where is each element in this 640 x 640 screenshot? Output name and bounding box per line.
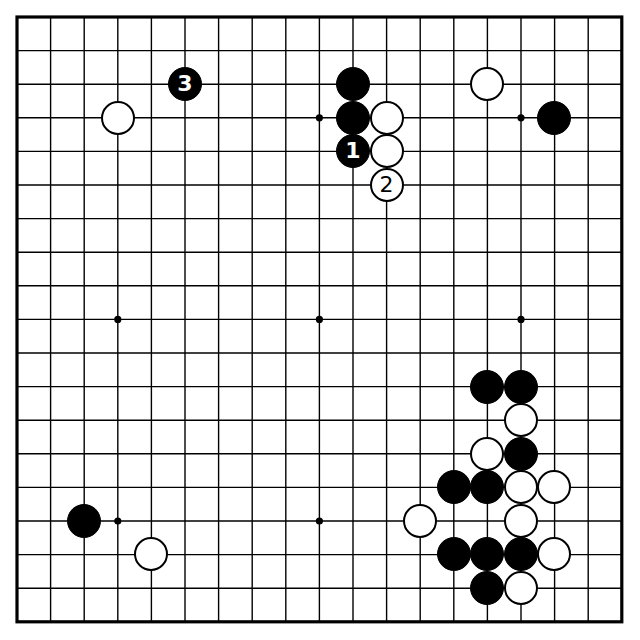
white-stone [537,537,571,571]
black-stone [470,470,504,504]
white-stone [504,504,538,538]
white-stone [470,437,504,471]
move-number-label: 1 [345,140,360,162]
go-board: 312 [0,0,640,640]
white-stone [370,134,404,168]
white-stone [101,101,135,135]
go-diagram-page: 312 [0,0,640,640]
black-stone [336,67,370,101]
white-stone [504,470,538,504]
white-stone [403,504,437,538]
black-stone [504,370,538,404]
black-stone: 3 [168,67,202,101]
white-stone: 2 [370,168,404,202]
black-stone: 1 [336,134,370,168]
black-stone [470,537,504,571]
move-number-label: 2 [380,173,394,195]
white-stone [134,537,168,571]
white-stone [370,101,404,135]
move-number-label: 3 [177,73,192,95]
black-stone [67,504,101,538]
black-stone [537,101,571,135]
black-stone [437,537,471,571]
black-stone [470,370,504,404]
white-stone [504,403,538,437]
black-stone [470,571,504,605]
white-stone [504,571,538,605]
black-stone [504,537,538,571]
stones-grid: 312 [0,0,638,638]
black-stone [437,470,471,504]
white-stone [537,470,571,504]
white-stone [470,67,504,101]
black-stone [504,437,538,471]
black-stone [336,101,370,135]
